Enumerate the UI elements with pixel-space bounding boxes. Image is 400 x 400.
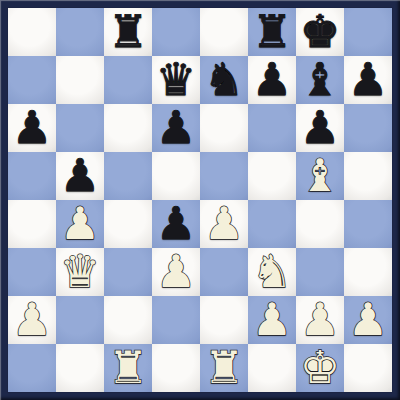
square-d2[interactable] — [152, 296, 200, 344]
square-d1[interactable] — [152, 344, 200, 392]
square-b8[interactable] — [56, 8, 104, 56]
square-g5[interactable]: ♝ — [296, 152, 344, 200]
white-bishop-g5: ♝ — [300, 152, 340, 200]
square-h8[interactable] — [344, 8, 392, 56]
square-a2[interactable]: ♟ — [8, 296, 56, 344]
square-e2[interactable] — [200, 296, 248, 344]
square-a3[interactable] — [8, 248, 56, 296]
square-h1[interactable] — [344, 344, 392, 392]
square-c1[interactable]: ♜ — [104, 344, 152, 392]
square-f6[interactable] — [248, 104, 296, 152]
white-pawn-h2: ♟ — [348, 296, 388, 344]
square-g6[interactable]: ♟ — [296, 104, 344, 152]
white-pawn-e4: ♟ — [204, 200, 244, 248]
white-pawn-d3: ♟ — [156, 248, 196, 296]
square-f3[interactable]: ♞ — [248, 248, 296, 296]
black-king-g8: ♚ — [300, 8, 340, 56]
square-h7[interactable]: ♟ — [344, 56, 392, 104]
square-c3[interactable] — [104, 248, 152, 296]
square-b4[interactable]: ♟ — [56, 200, 104, 248]
square-c7[interactable] — [104, 56, 152, 104]
square-e6[interactable] — [200, 104, 248, 152]
square-g4[interactable] — [296, 200, 344, 248]
square-a5[interactable] — [8, 152, 56, 200]
square-f5[interactable] — [248, 152, 296, 200]
black-pawn-d6: ♟ — [156, 104, 196, 152]
white-queen-b3: ♛ — [60, 248, 100, 296]
square-f2[interactable]: ♟ — [248, 296, 296, 344]
black-pawn-f7: ♟ — [252, 56, 292, 104]
square-e5[interactable] — [200, 152, 248, 200]
chess-board-frame: ♜♜♚♛♞♟♝♟♟♟♟♟♝♟♟♟♛♟♞♟♟♟♟♜♜♚ — [0, 0, 400, 400]
black-bishop-g7: ♝ — [300, 56, 340, 104]
square-h5[interactable] — [344, 152, 392, 200]
square-e4[interactable]: ♟ — [200, 200, 248, 248]
square-d4[interactable]: ♟ — [152, 200, 200, 248]
square-g1[interactable]: ♚ — [296, 344, 344, 392]
square-a7[interactable] — [8, 56, 56, 104]
square-g8[interactable]: ♚ — [296, 8, 344, 56]
black-queen-d7: ♛ — [156, 56, 196, 104]
white-king-g1: ♚ — [300, 344, 340, 392]
square-c8[interactable]: ♜ — [104, 8, 152, 56]
square-d7[interactable]: ♛ — [152, 56, 200, 104]
black-knight-e7: ♞ — [204, 56, 244, 104]
square-b6[interactable] — [56, 104, 104, 152]
square-b1[interactable] — [56, 344, 104, 392]
black-pawn-h7: ♟ — [348, 56, 388, 104]
white-knight-f3: ♞ — [252, 248, 292, 296]
square-d6[interactable]: ♟ — [152, 104, 200, 152]
black-pawn-d4: ♟ — [156, 200, 196, 248]
square-f4[interactable] — [248, 200, 296, 248]
square-g7[interactable]: ♝ — [296, 56, 344, 104]
white-rook-e1: ♜ — [204, 344, 244, 392]
square-d8[interactable] — [152, 8, 200, 56]
square-a1[interactable] — [8, 344, 56, 392]
square-b5[interactable]: ♟ — [56, 152, 104, 200]
square-h4[interactable] — [344, 200, 392, 248]
chess-board: ♜♜♚♛♞♟♝♟♟♟♟♟♝♟♟♟♛♟♞♟♟♟♟♜♜♚ — [8, 8, 392, 392]
square-b2[interactable] — [56, 296, 104, 344]
white-pawn-f2: ♟ — [252, 296, 292, 344]
square-h2[interactable]: ♟ — [344, 296, 392, 344]
square-c2[interactable] — [104, 296, 152, 344]
square-e7[interactable]: ♞ — [200, 56, 248, 104]
black-pawn-g6: ♟ — [300, 104, 340, 152]
black-rook-f8: ♜ — [252, 8, 292, 56]
square-a6[interactable]: ♟ — [8, 104, 56, 152]
square-e3[interactable] — [200, 248, 248, 296]
square-g2[interactable]: ♟ — [296, 296, 344, 344]
square-c5[interactable] — [104, 152, 152, 200]
square-c6[interactable] — [104, 104, 152, 152]
white-rook-c1: ♜ — [108, 344, 148, 392]
black-pawn-b5: ♟ — [60, 152, 100, 200]
square-b3[interactable]: ♛ — [56, 248, 104, 296]
black-rook-c8: ♜ — [108, 8, 148, 56]
square-a4[interactable] — [8, 200, 56, 248]
square-g3[interactable] — [296, 248, 344, 296]
square-f1[interactable] — [248, 344, 296, 392]
square-f8[interactable]: ♜ — [248, 8, 296, 56]
square-a8[interactable] — [8, 8, 56, 56]
white-pawn-a2: ♟ — [12, 296, 52, 344]
square-h3[interactable] — [344, 248, 392, 296]
square-d3[interactable]: ♟ — [152, 248, 200, 296]
square-d5[interactable] — [152, 152, 200, 200]
square-e8[interactable] — [200, 8, 248, 56]
square-h6[interactable] — [344, 104, 392, 152]
white-pawn-g2: ♟ — [300, 296, 340, 344]
black-pawn-a6: ♟ — [12, 104, 52, 152]
square-c4[interactable] — [104, 200, 152, 248]
square-f7[interactable]: ♟ — [248, 56, 296, 104]
square-b7[interactable] — [56, 56, 104, 104]
white-pawn-b4: ♟ — [60, 200, 100, 248]
square-e1[interactable]: ♜ — [200, 344, 248, 392]
